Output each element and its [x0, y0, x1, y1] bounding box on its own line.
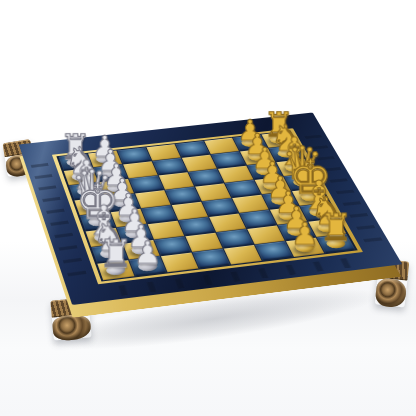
piece-black-pawn: ♟ — [291, 219, 319, 250]
board-grid: ♜♟♟♜♞♟♟♞♝♟♟♝♛♟♟♛♚♟♟♚♝♟♟♝♞♟♟♞♜♟♟♜ — [59, 132, 356, 281]
square-e6 — [232, 195, 268, 213]
product-photo-canvas: ♜♟♟♜♞♟♟♞♝♟♟♝♛♟♟♛♚♟♟♚♝♟♟♝♞♟♟♞♜♟♟♜ — [0, 0, 416, 416]
square-h4 — [192, 249, 230, 269]
foot-volute-scroll-icon — [52, 313, 92, 341]
square-h7: ♟ — [286, 238, 324, 257]
square-h1: ♜ — [97, 260, 134, 280]
piece-white-rook: ♜ — [99, 235, 133, 273]
piece-white-pawn: ♟ — [134, 237, 162, 269]
chess-board-scene: ♜♟♟♜♞♟♟♞♝♟♟♝♛♟♟♛♚♟♟♚♝♟♟♝♞♟♟♞♜♟♟♜ — [19, 113, 402, 305]
square-f6 — [240, 210, 277, 228]
board-brass-fillet: ♜♟♟♜♞♟♟♞♝♟♟♝♛♟♟♛♚♟♟♚♝♟♟♝♞♟♟♞♜♟♟♜ — [52, 128, 363, 284]
square-h2: ♟ — [129, 256, 166, 276]
foot-volute-scroll-icon — [375, 277, 408, 308]
square-h3 — [161, 253, 199, 273]
board-inner-rim: ♜♟♟♜♞♟♟♞♝♟♟♝♛♟♟♛♚♟♟♚♝♟♟♝♞♟♟♞♜♟♟♜ — [56, 130, 357, 281]
square-g5 — [216, 229, 253, 248]
square-h8: ♜ — [317, 234, 355, 253]
square-b6 — [211, 152, 246, 169]
piece-black-rook: ♜ — [319, 209, 352, 246]
